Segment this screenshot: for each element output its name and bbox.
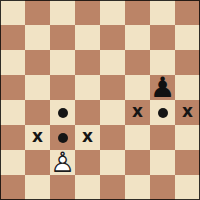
square-b6[interactable] — [25, 50, 50, 75]
square-h8[interactable] — [175, 0, 200, 25]
square-g2[interactable] — [150, 150, 175, 175]
white-pawn-glyph: ♙ — [50, 150, 75, 175]
square-a7[interactable] — [0, 25, 25, 50]
square-b5[interactable] — [25, 75, 50, 100]
capture-mark-b3[interactable]: x — [32, 128, 43, 145]
square-c4[interactable] — [50, 100, 75, 125]
square-h2[interactable] — [175, 150, 200, 175]
square-b2[interactable] — [25, 150, 50, 175]
square-e6[interactable] — [100, 50, 125, 75]
square-b3[interactable]: x — [25, 125, 50, 150]
square-g8[interactable] — [150, 0, 175, 25]
square-d5[interactable] — [75, 75, 100, 100]
move-dot-c4[interactable] — [58, 108, 68, 118]
square-a1[interactable] — [0, 175, 25, 200]
square-e8[interactable] — [100, 0, 125, 25]
square-g7[interactable] — [150, 25, 175, 50]
square-c1[interactable] — [50, 175, 75, 200]
square-c2[interactable]: ♟♙ — [50, 150, 75, 175]
square-e2[interactable] — [100, 150, 125, 175]
square-c6[interactable] — [50, 50, 75, 75]
square-f6[interactable] — [125, 50, 150, 75]
black-pawn[interactable]: ♟ — [150, 75, 175, 100]
square-e4[interactable] — [100, 100, 125, 125]
square-a4[interactable] — [0, 100, 25, 125]
square-h6[interactable] — [175, 50, 200, 75]
square-d1[interactable] — [75, 175, 100, 200]
square-b7[interactable] — [25, 25, 50, 50]
capture-mark-d3[interactable]: x — [82, 128, 93, 145]
chess-board: ♟xxxx♟♙ — [0, 0, 200, 200]
square-c8[interactable] — [50, 0, 75, 25]
square-d8[interactable] — [75, 0, 100, 25]
move-dot-c3[interactable] — [58, 133, 68, 143]
square-f4[interactable]: x — [125, 100, 150, 125]
square-e5[interactable] — [100, 75, 125, 100]
capture-mark-h4[interactable]: x — [182, 103, 193, 120]
square-f8[interactable] — [125, 0, 150, 25]
square-h7[interactable] — [175, 25, 200, 50]
square-b8[interactable] — [25, 0, 50, 25]
square-a6[interactable] — [0, 50, 25, 75]
square-h4[interactable]: x — [175, 100, 200, 125]
square-g5[interactable]: ♟ — [150, 75, 175, 100]
square-d3[interactable]: x — [75, 125, 100, 150]
square-e7[interactable] — [100, 25, 125, 50]
square-e3[interactable] — [100, 125, 125, 150]
square-h1[interactable] — [175, 175, 200, 200]
square-b1[interactable] — [25, 175, 50, 200]
capture-mark-f4[interactable]: x — [132, 103, 143, 120]
square-d2[interactable] — [75, 150, 100, 175]
white-pawn[interactable]: ♟♙ — [50, 150, 75, 175]
square-f5[interactable] — [125, 75, 150, 100]
square-f2[interactable] — [125, 150, 150, 175]
square-g1[interactable] — [150, 175, 175, 200]
square-f1[interactable] — [125, 175, 150, 200]
square-c7[interactable] — [50, 25, 75, 50]
square-f3[interactable] — [125, 125, 150, 150]
square-a2[interactable] — [0, 150, 25, 175]
square-d7[interactable] — [75, 25, 100, 50]
square-e1[interactable] — [100, 175, 125, 200]
square-g3[interactable] — [150, 125, 175, 150]
square-b4[interactable] — [25, 100, 50, 125]
move-dot-g4[interactable] — [158, 108, 168, 118]
square-a8[interactable] — [0, 0, 25, 25]
square-h5[interactable] — [175, 75, 200, 100]
square-f7[interactable] — [125, 25, 150, 50]
square-h3[interactable] — [175, 125, 200, 150]
square-a5[interactable] — [0, 75, 25, 100]
square-d6[interactable] — [75, 50, 100, 75]
square-g4[interactable] — [150, 100, 175, 125]
square-c5[interactable] — [50, 75, 75, 100]
square-a3[interactable] — [0, 125, 25, 150]
square-d4[interactable] — [75, 100, 100, 125]
black-pawn-glyph: ♟ — [150, 75, 175, 100]
